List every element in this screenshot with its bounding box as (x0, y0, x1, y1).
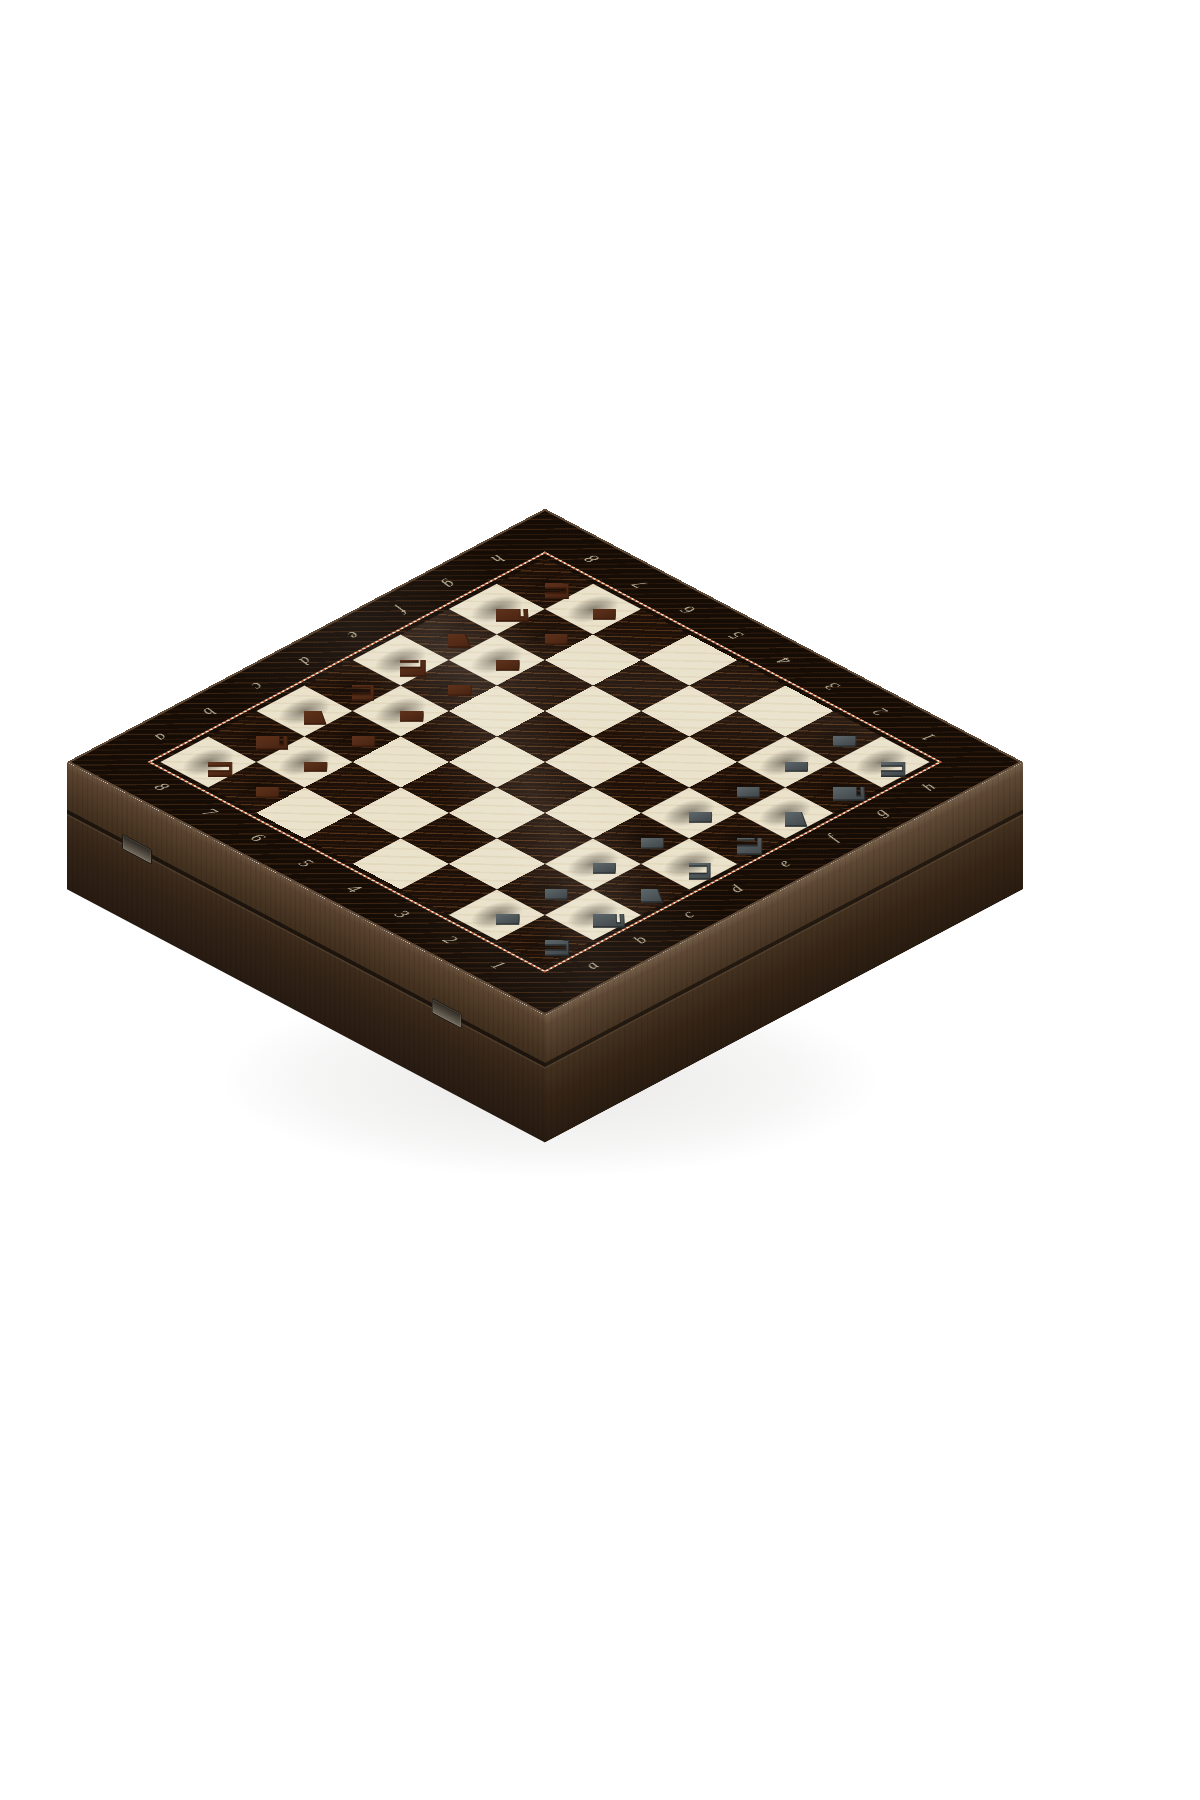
file-label-near-c: c (672, 906, 703, 922)
rank-label-left-2: 2 (435, 931, 466, 947)
rank-label-left-4: 4 (339, 880, 370, 896)
rank-label-left-8: 8 (146, 778, 177, 794)
square-a1[interactable]: ♜ (497, 915, 593, 966)
file-label-near-d: d (720, 880, 751, 896)
rank-label-left-5: 5 (290, 855, 321, 871)
rank-label-right-6: 6 (672, 602, 703, 618)
rank-label-left-3: 3 (387, 906, 418, 922)
file-label-near-e: e (768, 855, 799, 871)
square-h6[interactable] (593, 609, 689, 660)
chess-box: ♜♞♝♛♚♝♞♜♟♟♟♟♟♟♟♟♟♟♟♟♟♟♟♟♜♞♝♛♚♝♞♜ aabbccd… (67, 509, 1023, 1016)
product-photo: ♜♞♝♛♚♝♞♜♟♟♟♟♟♟♟♟♟♟♟♟♟♟♟♟♜♞♝♛♚♝♞♜ aabbccd… (0, 0, 1200, 1800)
file-label-near-f: f (817, 829, 848, 845)
file-label-near-a: a (576, 957, 607, 973)
file-label-near-h: h (913, 778, 944, 794)
rank-label-right-5: 5 (720, 627, 751, 643)
rank-label-left-6: 6 (242, 829, 273, 845)
hinge-icon (122, 834, 152, 865)
file-label-near-g: g (865, 804, 896, 820)
hinge-icon (432, 998, 462, 1029)
rank-label-left-7: 7 (194, 804, 225, 820)
file-label-near-b: b (624, 931, 655, 947)
rank-label-left-1: 1 (483, 957, 514, 973)
rank-label-right-7: 7 (624, 576, 655, 592)
